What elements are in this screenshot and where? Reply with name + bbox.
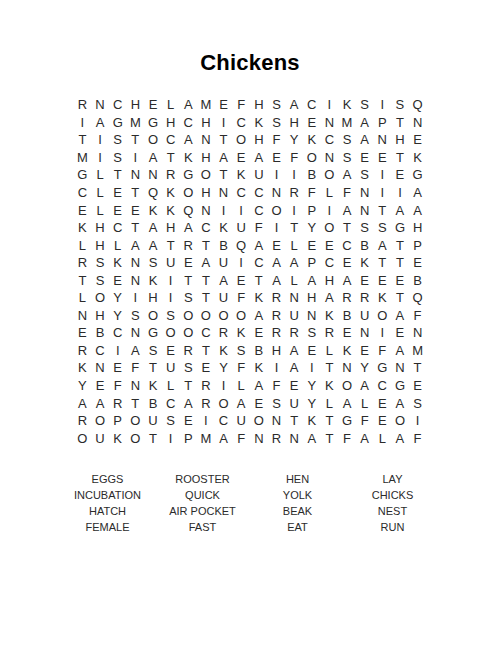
grid-cell: A <box>179 96 197 114</box>
grid-cell: G <box>144 324 162 342</box>
grid-cell: N <box>250 429 268 447</box>
grid-cell: H <box>409 219 427 237</box>
grid-cell: A <box>127 236 145 254</box>
grid-cell: C <box>109 219 127 237</box>
grid-cell: L <box>321 184 339 202</box>
grid-cell: S <box>268 96 286 114</box>
grid-cell: S <box>162 307 180 325</box>
grid-cell: K <box>215 219 233 237</box>
grid-cell: L <box>91 166 109 184</box>
grid-cell: R <box>74 96 92 114</box>
grid-cell: A <box>179 131 197 149</box>
grid-cell: S <box>373 219 391 237</box>
grid-cell: S <box>303 324 321 342</box>
grid-cell: G <box>179 166 197 184</box>
grid-cell: E <box>409 254 427 272</box>
grid-cell: Y <box>74 377 92 395</box>
grid-cell: I <box>409 412 427 430</box>
grid-cell: I <box>162 289 180 307</box>
grid-cell: E <box>268 149 286 167</box>
grid-cell: T <box>144 429 162 447</box>
grid-cell: Q <box>409 289 427 307</box>
grid-cell: L <box>162 377 180 395</box>
grid-cell: C <box>91 342 109 360</box>
grid-cell: E <box>356 149 374 167</box>
grid-cell: B <box>215 236 233 254</box>
grid-cell: I <box>285 166 303 184</box>
grid-cell: M <box>338 114 356 132</box>
puzzle-title: Chickens <box>0 50 500 76</box>
grid-cell: A <box>179 394 197 412</box>
grid-cell: B <box>144 394 162 412</box>
grid-cell: R <box>197 394 215 412</box>
grid-cell: O <box>74 429 92 447</box>
grid-cell: A <box>285 254 303 272</box>
grid-cell: E <box>303 114 321 132</box>
grid-cell: R <box>162 166 180 184</box>
grid-cell: F <box>303 184 321 202</box>
grid-cell: H <box>197 149 215 167</box>
grid-cell: G <box>109 114 127 132</box>
grid-cell: M <box>409 342 427 360</box>
grid-cell: L <box>373 429 391 447</box>
grid-cell: F <box>232 429 250 447</box>
grid-cell: I <box>215 377 233 395</box>
grid-cell: R <box>74 412 92 430</box>
grid-cell: A <box>285 342 303 360</box>
grid-cell: T <box>197 342 215 360</box>
grid-cell: C <box>373 377 391 395</box>
grid-cell: M <box>197 96 215 114</box>
grid-cell: B <box>303 166 321 184</box>
grid-cell: T <box>391 289 409 307</box>
grid-cell: L <box>91 201 109 219</box>
grid-cell: N <box>321 114 339 132</box>
grid-cell: C <box>162 394 180 412</box>
grid-cell: I <box>197 412 215 430</box>
grid-cell: E <box>109 184 127 202</box>
grid-cell: R <box>268 324 286 342</box>
grid-cell: A <box>91 394 109 412</box>
grid-cell: M <box>74 149 92 167</box>
grid-cell: S <box>268 114 286 132</box>
grid-cell: O <box>144 131 162 149</box>
grid-cell: N <box>268 184 286 202</box>
grid-cell: N <box>338 359 356 377</box>
grid-cell: I <box>127 149 145 167</box>
grid-cell: U <box>285 394 303 412</box>
grid-cell: T <box>391 149 409 167</box>
grid-cell: O <box>215 307 233 325</box>
grid-cell: R <box>285 184 303 202</box>
grid-cell: H <box>285 114 303 132</box>
grid-cell: O <box>321 219 339 237</box>
grid-cell: O <box>232 131 250 149</box>
grid-cell: E <box>338 254 356 272</box>
grid-cell: O <box>162 324 180 342</box>
grid-cell: A <box>391 429 409 447</box>
grid-cell: E <box>74 201 92 219</box>
grid-cell: A <box>391 342 409 360</box>
grid-cell: E <box>303 342 321 360</box>
grid-cell: A <box>391 394 409 412</box>
grid-cell: E <box>356 271 374 289</box>
grid-cell: I <box>268 359 286 377</box>
grid-cell: A <box>250 149 268 167</box>
grid-cell: C <box>303 96 321 114</box>
grid-cell: T <box>250 271 268 289</box>
grid-cell: A <box>409 184 427 202</box>
grid-cell: C <box>162 131 180 149</box>
grid-cell: E <box>391 271 409 289</box>
grid-cell: E <box>373 271 391 289</box>
grid-cell: U <box>215 289 233 307</box>
grid-cell: O <box>91 289 109 307</box>
word-search-page: Chickens RNCHELAMEFHSACIKSISQIAGMGHCHICK… <box>0 0 500 647</box>
grid-cell: K <box>144 201 162 219</box>
grid-cell: R <box>179 236 197 254</box>
grid-cell: C <box>232 184 250 202</box>
grid-cell: N <box>91 359 109 377</box>
grid-cell: F <box>409 429 427 447</box>
grid-cell: A <box>144 149 162 167</box>
grid-cell: A <box>250 236 268 254</box>
grid-cell: K <box>162 201 180 219</box>
grid-cell: T <box>215 166 233 184</box>
grid-cell: T <box>179 271 197 289</box>
grid-cell: R <box>109 394 127 412</box>
grid-cell: E <box>232 271 250 289</box>
grid-cell: P <box>303 201 321 219</box>
grid-cell: A <box>285 96 303 114</box>
grid-cell: F <box>127 359 145 377</box>
grid-cell: T <box>285 219 303 237</box>
grid-cell: I <box>215 201 233 219</box>
grid-cell: R <box>268 307 286 325</box>
grid-cell: A <box>356 131 374 149</box>
grid-cell: A <box>321 289 339 307</box>
grid-cell: K <box>109 254 127 272</box>
grid-cell: E <box>109 201 127 219</box>
grid-cell: K <box>144 271 162 289</box>
grid-cell: K <box>144 377 162 395</box>
grid-cell: Y <box>303 377 321 395</box>
grid-cell: A <box>338 394 356 412</box>
grid-cell: U <box>232 219 250 237</box>
grid-cell: C <box>321 131 339 149</box>
word-list-item: QUICK <box>155 487 250 503</box>
grid-cell: K <box>303 131 321 149</box>
grid-cell: B <box>409 271 427 289</box>
grid-cell: S <box>356 219 374 237</box>
grid-cell: K <box>409 149 427 167</box>
grid-cell: K <box>179 149 197 167</box>
grid-cell: O <box>127 429 145 447</box>
grid-cell: K <box>232 324 250 342</box>
grid-cell: I <box>162 271 180 289</box>
grid-cell: S <box>91 271 109 289</box>
grid-cell: K <box>373 289 391 307</box>
grid-cell: A <box>409 201 427 219</box>
word-list-item: INCUBATION <box>60 487 155 503</box>
grid-cell: A <box>373 236 391 254</box>
grid-cell: K <box>303 412 321 430</box>
grid-cell: H <box>250 131 268 149</box>
grid-cell: S <box>391 96 409 114</box>
grid-cell: F <box>232 289 250 307</box>
grid-cell: A <box>391 201 409 219</box>
grid-cell: T <box>409 359 427 377</box>
grid-cell: G <box>338 412 356 430</box>
grid-cell: Q <box>232 236 250 254</box>
grid-cell: U <box>91 429 109 447</box>
grid-cell: A <box>338 201 356 219</box>
letter-grid: RNCHELAMEFHSACIKSISQIAGMGHCHICKSHENMAPTN… <box>74 96 427 447</box>
grid-cell: N <box>285 429 303 447</box>
grid-cell: G <box>409 166 427 184</box>
grid-cell: O <box>338 377 356 395</box>
word-list-item: YOLK <box>250 487 345 503</box>
grid-cell: E <box>91 377 109 395</box>
grid-cell: H <box>91 236 109 254</box>
grid-cell: A <box>285 359 303 377</box>
grid-cell: R <box>268 429 286 447</box>
grid-cell: R <box>215 324 233 342</box>
grid-cell: N <box>303 307 321 325</box>
grid-cell: S <box>91 254 109 272</box>
grid-cell: O <box>215 394 233 412</box>
grid-cell: H <box>197 184 215 202</box>
grid-cell: K <box>74 359 92 377</box>
grid-cell: I <box>373 96 391 114</box>
grid-cell: L <box>109 236 127 254</box>
grid-cell: N <box>285 289 303 307</box>
grid-cell: H <box>162 114 180 132</box>
grid-cell: T <box>127 184 145 202</box>
word-list-item: ROOSTER <box>155 471 250 487</box>
grid-cell: O <box>179 307 197 325</box>
grid-cell: F <box>232 359 250 377</box>
grid-cell: K <box>338 342 356 360</box>
grid-cell: O <box>179 184 197 202</box>
grid-cell: E <box>356 342 374 360</box>
grid-cell: I <box>91 131 109 149</box>
grid-cell: B <box>91 324 109 342</box>
grid-cell: U <box>162 359 180 377</box>
word-list-item: CHICKS <box>345 487 440 503</box>
grid-cell: F <box>109 377 127 395</box>
grid-cell: E <box>179 412 197 430</box>
grid-cell: A <box>74 394 92 412</box>
grid-cell: N <box>391 359 409 377</box>
grid-cell: U <box>144 412 162 430</box>
word-list-item: NEST <box>345 503 440 519</box>
grid-cell: L <box>321 394 339 412</box>
grid-cell: Y <box>303 219 321 237</box>
grid-cell: F <box>232 96 250 114</box>
grid-cell: A <box>338 166 356 184</box>
grid-cell: N <box>127 166 145 184</box>
grid-cell: R <box>338 289 356 307</box>
grid-cell: O <box>127 412 145 430</box>
grid-cell: T <box>74 131 92 149</box>
grid-cell: A <box>215 149 233 167</box>
grid-cell: P <box>373 114 391 132</box>
grid-cell: I <box>74 114 92 132</box>
grid-cell: N <box>197 131 215 149</box>
grid-cell: A <box>268 271 286 289</box>
grid-cell: F <box>268 131 286 149</box>
grid-cell: S <box>127 307 145 325</box>
grid-cell: K <box>250 359 268 377</box>
grid-cell: I <box>268 166 286 184</box>
grid-cell: E <box>373 149 391 167</box>
grid-cell: E <box>109 271 127 289</box>
grid-cell: H <box>303 289 321 307</box>
grid-cell: N <box>268 412 286 430</box>
grid-cell: F <box>338 429 356 447</box>
grid-cell: A <box>127 342 145 360</box>
grid-cell: L <box>285 236 303 254</box>
grid-cell: T <box>197 236 215 254</box>
grid-cell: A <box>268 254 286 272</box>
grid-cell: E <box>409 377 427 395</box>
grid-cell: I <box>303 359 321 377</box>
grid-cell: K <box>232 166 250 184</box>
grid-cell: Y <box>109 289 127 307</box>
grid-cell: K <box>215 342 233 360</box>
grid-cell: O <box>391 412 409 430</box>
grid-cell: O <box>321 166 339 184</box>
grid-cell: A <box>215 429 233 447</box>
grid-cell: E <box>285 377 303 395</box>
grid-cell: G <box>373 359 391 377</box>
grid-cell: R <box>179 342 197 360</box>
grid-cell: T <box>162 149 180 167</box>
grid-cell: I <box>373 184 391 202</box>
grid-cell: T <box>127 219 145 237</box>
grid-cell: A <box>391 307 409 325</box>
grid-cell: T <box>74 271 92 289</box>
grid-cell: E <box>268 236 286 254</box>
grid-cell: A <box>215 271 233 289</box>
grid-cell: S <box>162 412 180 430</box>
grid-cell: O <box>250 412 268 430</box>
grid-cell: O <box>197 307 215 325</box>
grid-cell: K <box>321 307 339 325</box>
grid-cell: H <box>91 307 109 325</box>
grid-cell: R <box>197 377 215 395</box>
word-list-item: HEN <box>250 471 345 487</box>
grid-cell: C <box>250 254 268 272</box>
grid-cell: R <box>321 324 339 342</box>
word-list-item: RUN <box>345 519 440 535</box>
word-list-item: HATCH <box>60 503 155 519</box>
grid-cell: T <box>109 166 127 184</box>
grid-cell: C <box>250 184 268 202</box>
grid-cell: Y <box>356 359 374 377</box>
grid-cell: N <box>409 114 427 132</box>
grid-cell: R <box>268 289 286 307</box>
grid-cell: A <box>303 429 321 447</box>
grid-cell: T <box>197 289 215 307</box>
grid-cell: T <box>391 114 409 132</box>
grid-cell: E <box>250 324 268 342</box>
grid-cell: O <box>91 412 109 430</box>
grid-cell: T <box>391 254 409 272</box>
grid-cell: E <box>321 236 339 254</box>
grid-cell: O <box>268 201 286 219</box>
grid-cell: B <box>356 236 374 254</box>
grid-cell: F <box>338 184 356 202</box>
grid-cell: N <box>356 184 374 202</box>
word-list-item: LAY <box>345 471 440 487</box>
grid-cell: L <box>232 377 250 395</box>
grid-cell: K <box>338 96 356 114</box>
grid-cell: K <box>250 289 268 307</box>
grid-cell: R <box>74 342 92 360</box>
grid-cell: R <box>356 289 374 307</box>
grid-cell: O <box>232 307 250 325</box>
grid-cell: U <box>232 412 250 430</box>
grid-cell: H <box>127 96 145 114</box>
grid-cell: C <box>338 236 356 254</box>
grid-cell: A <box>250 377 268 395</box>
grid-cell: C <box>197 219 215 237</box>
word-list-item: BEAK <box>250 503 345 519</box>
grid-cell: H <box>197 114 215 132</box>
grid-cell: S <box>338 149 356 167</box>
grid-cell: A <box>250 307 268 325</box>
grid-cell: L <box>285 271 303 289</box>
grid-cell: S <box>409 394 427 412</box>
grid-cell: N <box>356 324 374 342</box>
grid-cell: F <box>285 149 303 167</box>
grid-cell: E <box>373 412 391 430</box>
grid-cell: E <box>303 236 321 254</box>
grid-cell: E <box>215 96 233 114</box>
grid-cell: H <box>91 219 109 237</box>
grid-cell: N <box>91 96 109 114</box>
grid-cell: T <box>373 254 391 272</box>
word-list-item: FAST <box>155 519 250 535</box>
grid-cell: U <box>215 254 233 272</box>
word-list-item: EGGS <box>60 471 155 487</box>
grid-cell: I <box>162 429 180 447</box>
grid-cell: H <box>391 131 409 149</box>
grid-cell: E <box>338 324 356 342</box>
grid-cell: A <box>356 377 374 395</box>
grid-cell: U <box>285 307 303 325</box>
grid-cell: S <box>109 149 127 167</box>
grid-cell: E <box>197 359 215 377</box>
grid-cell: H <box>250 96 268 114</box>
grid-cell: S <box>356 96 374 114</box>
grid-cell: O <box>303 149 321 167</box>
grid-cell: F <box>268 377 286 395</box>
grid-cell: E <box>162 342 180 360</box>
grid-cell: Y <box>109 307 127 325</box>
grid-cell: Q <box>409 96 427 114</box>
grid-cell: A <box>303 271 321 289</box>
grid-cell: E <box>391 166 409 184</box>
grid-cell: A <box>232 394 250 412</box>
grid-cell: T <box>197 271 215 289</box>
grid-cell: A <box>356 429 374 447</box>
grid-cell: S <box>356 166 374 184</box>
grid-cell: E <box>373 394 391 412</box>
grid-cell: N <box>144 166 162 184</box>
